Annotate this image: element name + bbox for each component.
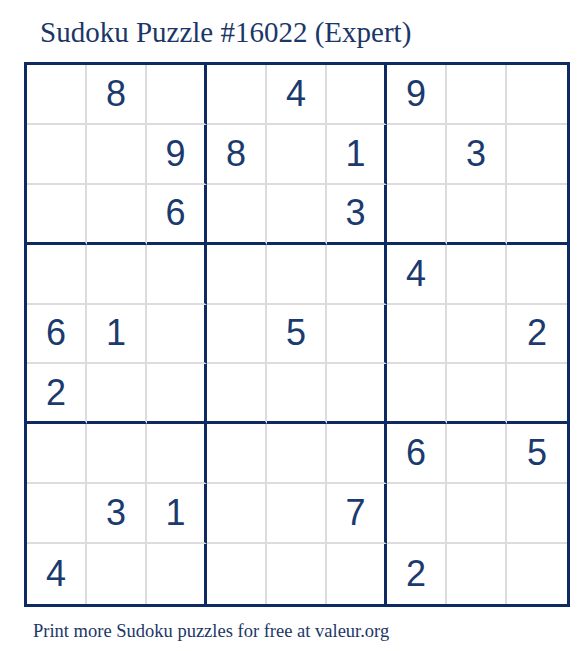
cell-r9c1[interactable]: 4 xyxy=(27,544,87,604)
cell-r3c9[interactable] xyxy=(507,185,567,245)
sudoku-board: 8499813634615226531742 xyxy=(24,62,570,607)
cell-r7c9[interactable]: 5 xyxy=(507,424,567,484)
cell-r1c8[interactable] xyxy=(447,65,507,125)
cell-r2c5[interactable] xyxy=(267,125,327,185)
cell-r3c3[interactable]: 6 xyxy=(147,185,207,245)
cell-r4c2[interactable] xyxy=(87,245,147,305)
cell-r7c4[interactable] xyxy=(207,424,267,484)
cell-r6c1[interactable]: 2 xyxy=(27,364,87,424)
cell-r2c1[interactable] xyxy=(27,125,87,185)
cell-r6c6[interactable] xyxy=(327,364,387,424)
cell-r4c9[interactable] xyxy=(507,245,567,305)
cell-r8c6[interactable]: 7 xyxy=(327,484,387,544)
cell-r1c5[interactable]: 4 xyxy=(267,65,327,125)
page-title: Sudoku Puzzle #16022 (Expert) xyxy=(40,16,411,49)
cell-r1c2[interactable]: 8 xyxy=(87,65,147,125)
cell-r6c3[interactable] xyxy=(147,364,207,424)
cell-r3c4[interactable] xyxy=(207,185,267,245)
cell-r8c8[interactable] xyxy=(447,484,507,544)
cell-r7c3[interactable] xyxy=(147,424,207,484)
cell-r2c8[interactable]: 3 xyxy=(447,125,507,185)
cell-r6c9[interactable] xyxy=(507,364,567,424)
cell-r1c9[interactable] xyxy=(507,65,567,125)
cell-r5c5[interactable]: 5 xyxy=(267,305,327,365)
footer-text: Print more Sudoku puzzles for free at va… xyxy=(33,621,389,642)
cell-r1c1[interactable] xyxy=(27,65,87,125)
cell-r9c7[interactable]: 2 xyxy=(387,544,447,604)
cell-r6c7[interactable] xyxy=(387,364,447,424)
cell-r8c9[interactable] xyxy=(507,484,567,544)
cell-r4c7[interactable]: 4 xyxy=(387,245,447,305)
cell-r4c3[interactable] xyxy=(147,245,207,305)
cell-r4c5[interactable] xyxy=(267,245,327,305)
cell-r3c7[interactable] xyxy=(387,185,447,245)
cell-r9c5[interactable] xyxy=(267,544,327,604)
cell-r2c4[interactable]: 8 xyxy=(207,125,267,185)
cell-r7c2[interactable] xyxy=(87,424,147,484)
cell-r8c7[interactable] xyxy=(387,484,447,544)
cell-r5c3[interactable] xyxy=(147,305,207,365)
cell-r9c8[interactable] xyxy=(447,544,507,604)
cell-r3c5[interactable] xyxy=(267,185,327,245)
cell-r7c5[interactable] xyxy=(267,424,327,484)
cell-r7c1[interactable] xyxy=(27,424,87,484)
cell-r9c4[interactable] xyxy=(207,544,267,604)
cell-r9c2[interactable] xyxy=(87,544,147,604)
cell-r2c7[interactable] xyxy=(387,125,447,185)
cell-r2c3[interactable]: 9 xyxy=(147,125,207,185)
cell-r9c9[interactable] xyxy=(507,544,567,604)
cell-r5c1[interactable]: 6 xyxy=(27,305,87,365)
cell-r4c1[interactable] xyxy=(27,245,87,305)
cell-r2c6[interactable]: 1 xyxy=(327,125,387,185)
cell-r7c6[interactable] xyxy=(327,424,387,484)
cell-r1c7[interactable]: 9 xyxy=(387,65,447,125)
cell-r8c2[interactable]: 3 xyxy=(87,484,147,544)
cell-r3c1[interactable] xyxy=(27,185,87,245)
cell-r8c1[interactable] xyxy=(27,484,87,544)
cell-r4c8[interactable] xyxy=(447,245,507,305)
cell-r5c4[interactable] xyxy=(207,305,267,365)
cell-r2c9[interactable] xyxy=(507,125,567,185)
cell-r5c8[interactable] xyxy=(447,305,507,365)
cell-r8c3[interactable]: 1 xyxy=(147,484,207,544)
cell-r9c3[interactable] xyxy=(147,544,207,604)
cell-r5c2[interactable]: 1 xyxy=(87,305,147,365)
cell-r4c4[interactable] xyxy=(207,245,267,305)
cell-r9c6[interactable] xyxy=(327,544,387,604)
cell-r7c7[interactable]: 6 xyxy=(387,424,447,484)
cell-r1c6[interactable] xyxy=(327,65,387,125)
cell-r2c2[interactable] xyxy=(87,125,147,185)
cell-r3c2[interactable] xyxy=(87,185,147,245)
cell-r4c6[interactable] xyxy=(327,245,387,305)
cell-r3c8[interactable] xyxy=(447,185,507,245)
cell-r6c2[interactable] xyxy=(87,364,147,424)
cell-r1c3[interactable] xyxy=(147,65,207,125)
cell-r7c8[interactable] xyxy=(447,424,507,484)
cell-r5c6[interactable] xyxy=(327,305,387,365)
cell-r8c5[interactable] xyxy=(267,484,327,544)
cell-r1c4[interactable] xyxy=(207,65,267,125)
cell-r3c6[interactable]: 3 xyxy=(327,185,387,245)
cell-r6c5[interactable] xyxy=(267,364,327,424)
cell-r5c7[interactable] xyxy=(387,305,447,365)
cell-r6c4[interactable] xyxy=(207,364,267,424)
cell-r6c8[interactable] xyxy=(447,364,507,424)
cell-r5c9[interactable]: 2 xyxy=(507,305,567,365)
cell-r8c4[interactable] xyxy=(207,484,267,544)
